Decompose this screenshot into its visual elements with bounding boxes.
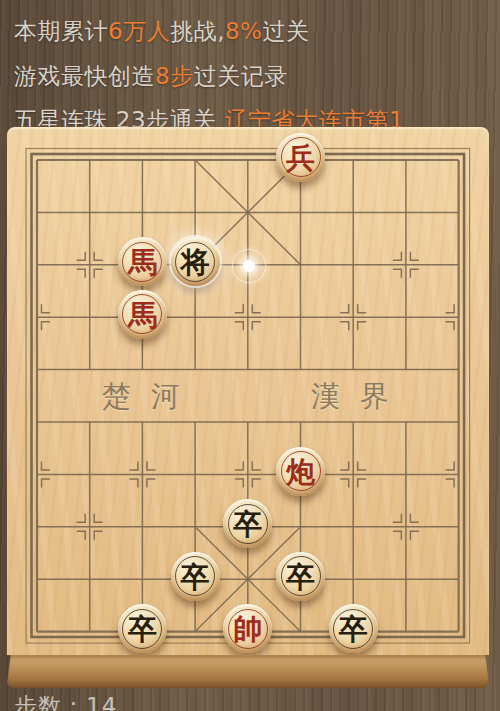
stats-text: 6万人 [108, 18, 170, 44]
black-soldier-piece[interactable]: 卒 [329, 604, 378, 653]
piece-character: 卒 [128, 615, 157, 644]
piece-character: 卒 [233, 510, 262, 539]
red-horse-piece[interactable]: 馬 [118, 290, 167, 339]
piece-character: 将 [181, 248, 210, 277]
black-soldier-piece[interactable]: 卒 [171, 552, 220, 601]
move-counter: 步数：14 [14, 691, 117, 711]
board-front-edge [7, 655, 489, 688]
piece-character: 兵 [286, 144, 315, 173]
piece-character: 馬 [128, 301, 157, 330]
piece-character: 卒 [181, 563, 210, 592]
red-soldier-piece[interactable]: 兵 [276, 133, 325, 182]
xiangqi-board[interactable]: 楚河 漢界 兵馬将馬炮卒卒卒卒帥卒 [7, 127, 489, 688]
stats-banner: 本期累计6万人挑战,8%过关 游戏最快创造8步过关记录 五星连珠 23步通关 辽… [0, 0, 500, 140]
stats-text: 挑战, [170, 18, 225, 44]
stats-text: 过关 [262, 18, 309, 44]
piece-character: 炮 [286, 458, 315, 487]
piece-character: 馬 [128, 248, 157, 277]
pieces-layer: 兵馬将馬炮卒卒卒卒帥卒 [7, 127, 489, 688]
piece-character: 卒 [286, 563, 315, 592]
stats-text: 游戏最快创造 [14, 63, 155, 89]
red-general-piece[interactable]: 帥 [223, 604, 272, 653]
stats-line-2: 游戏最快创造8步过关记录 [14, 61, 288, 92]
stats-text: 本期累计 [14, 18, 108, 44]
stats-text: 过关记录 [194, 63, 288, 89]
piece-character: 帥 [233, 615, 262, 644]
red-cannon-piece[interactable]: 炮 [276, 447, 325, 496]
stats-text: 8% [225, 18, 263, 44]
red-horse-piece[interactable]: 馬 [118, 237, 167, 286]
black-soldier-piece[interactable]: 卒 [223, 499, 272, 548]
stats-line-1: 本期累计6万人挑战,8%过关 [14, 16, 309, 47]
black-soldier-piece[interactable]: 卒 [118, 604, 167, 653]
piece-character: 卒 [339, 615, 368, 644]
stats-text: 8步 [155, 63, 194, 89]
black-general-piece[interactable]: 将 [171, 237, 220, 286]
black-soldier-piece[interactable]: 卒 [276, 552, 325, 601]
